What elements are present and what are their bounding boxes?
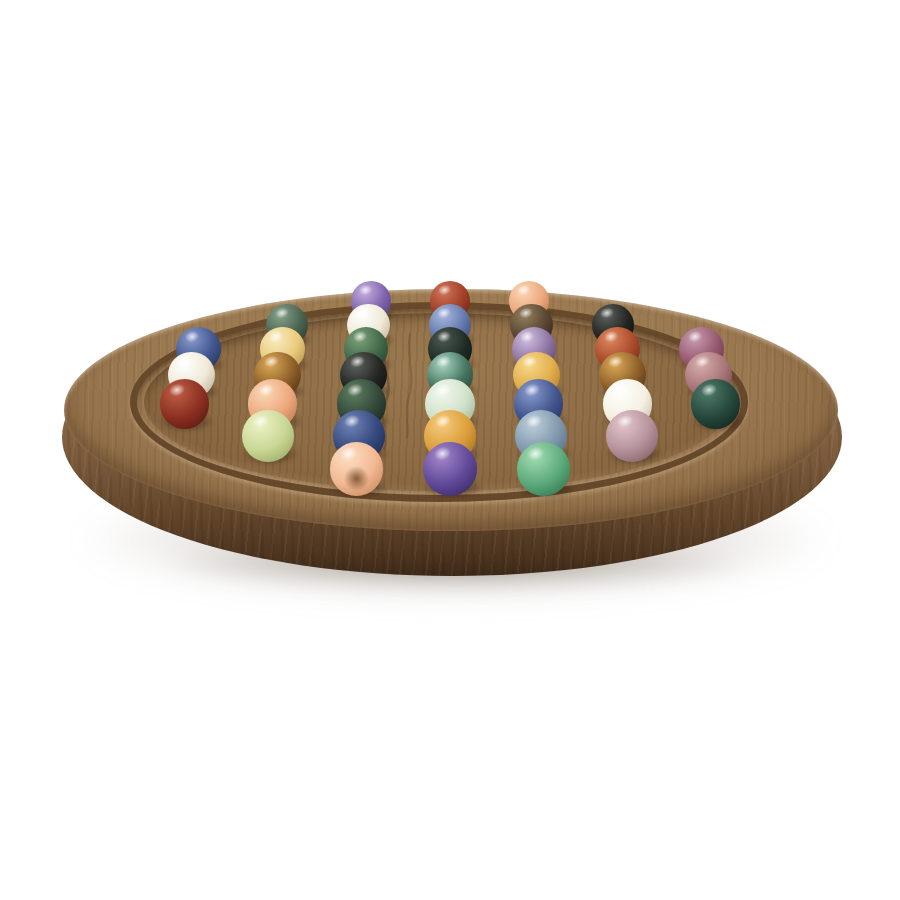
product-photo-scene <box>0 0 900 900</box>
marble-lepidolite-pink[interactable] <box>606 410 658 462</box>
marble-bloodstone[interactable] <box>691 379 740 428</box>
marble-red-jasper-dark[interactable] <box>160 379 209 428</box>
marble-serpentine[interactable] <box>242 410 294 462</box>
marble-layer <box>0 0 900 900</box>
marble-amethyst-deep[interactable] <box>423 442 477 496</box>
marble-green-aventurine-bright[interactable] <box>517 442 571 496</box>
marble-peach-moonstone[interactable] <box>330 442 384 496</box>
